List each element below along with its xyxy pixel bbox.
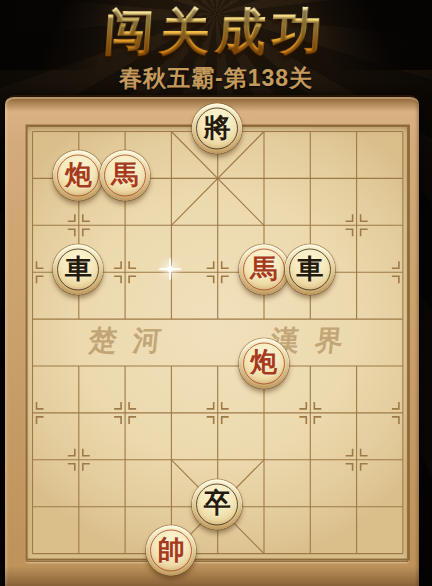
river-label-chu-he: 楚河	[68, 322, 182, 360]
piece-red-cannon[interactable]: 炮	[239, 338, 289, 388]
square-3-9: 帥	[148, 530, 194, 577]
square-4-8: 卒	[194, 483, 240, 530]
square-1-3: 車	[55, 249, 101, 296]
sparkle-effect	[167, 266, 173, 272]
piece-label: 卒	[204, 490, 231, 517]
piece-label: 馬	[111, 161, 138, 188]
piece-black-chariot[interactable]: 車	[285, 245, 335, 295]
square-1-1: 炮	[55, 155, 101, 202]
piece-label: 炮	[65, 161, 92, 188]
piece-black-general[interactable]: 將	[192, 104, 242, 154]
piece-red-general[interactable]: 帥	[146, 526, 196, 576]
level-complete-screen: 闯关成功 春秋五霸-第138关 楚河 漢界 將炮馬車馬車炮卒帥	[0, 0, 432, 586]
piece-red-horse[interactable]: 馬	[100, 151, 150, 201]
level-subtitle: 春秋五霸-第138关	[0, 63, 432, 94]
piece-label: 馬	[250, 255, 277, 282]
page-title: 闯关成功	[0, 2, 432, 62]
piece-label: 炮	[250, 349, 277, 376]
piece-red-horse[interactable]: 馬	[239, 245, 289, 295]
square-5-5: 炮	[240, 342, 286, 389]
piece-red-cannon[interactable]: 炮	[53, 151, 103, 201]
piece-label: 車	[296, 255, 323, 282]
square-2-1: 馬	[102, 155, 148, 202]
piece-label: 帥	[158, 536, 185, 563]
piece-label: 將	[204, 114, 231, 141]
piece-label: 車	[65, 255, 92, 282]
piece-black-soldier[interactable]: 卒	[192, 479, 242, 529]
square-4-0: 將	[194, 108, 240, 155]
square-6-3: 車	[287, 249, 333, 296]
square-5-3: 馬	[240, 249, 286, 296]
piece-black-chariot[interactable]: 車	[53, 245, 103, 295]
